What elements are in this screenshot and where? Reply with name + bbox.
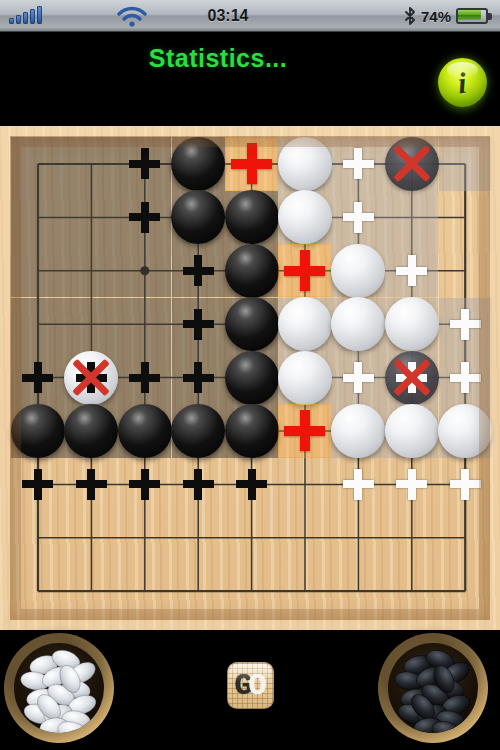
black-territory-mark [129, 202, 160, 233]
intersection-E3[interactable] [225, 458, 278, 511]
dame-mark [284, 250, 325, 291]
intersection-F9[interactable] [278, 137, 331, 190]
intersection-H3[interactable] [385, 458, 438, 511]
white-territory-mark [396, 469, 427, 500]
intersection-E9[interactable] [225, 137, 278, 190]
intersection-D2[interactable] [172, 511, 225, 564]
dame-mark [231, 143, 272, 184]
white-stone [278, 137, 332, 191]
intersection-H6[interactable] [385, 298, 438, 351]
intersection-A7[interactable] [11, 244, 64, 297]
intersection-H4[interactable] [385, 404, 438, 457]
intersection-G1[interactable] [332, 565, 385, 618]
intersection-H7[interactable] [385, 244, 438, 297]
bluetooth-icon [404, 7, 416, 25]
intersection-G4[interactable] [332, 404, 385, 457]
intersection-B9[interactable] [65, 137, 118, 190]
status-bar: 03:14 74% [0, 0, 500, 32]
black-stone [225, 404, 279, 458]
black-stone [118, 404, 172, 458]
logo-letter-o: O [249, 669, 267, 703]
white-territory-mark [450, 362, 481, 393]
white-stone [385, 404, 439, 458]
intersection-J7[interactable] [439, 244, 492, 297]
intersection-A4[interactable] [11, 404, 64, 457]
intersection-D8[interactable] [172, 191, 225, 244]
intersection-G5[interactable] [332, 351, 385, 404]
intersection-C7[interactable] [118, 244, 171, 297]
black-stone [171, 190, 225, 244]
intersection-E2[interactable] [225, 511, 278, 564]
intersection-J1[interactable] [439, 565, 492, 618]
intersection-C6[interactable] [118, 298, 171, 351]
intersection-H9[interactable] [385, 137, 438, 190]
intersection-C5[interactable] [118, 351, 171, 404]
black-territory-mark [129, 362, 160, 393]
black-territory-mark [22, 469, 53, 500]
intersection-J9[interactable] [439, 137, 492, 190]
intersection-D9[interactable] [172, 137, 225, 190]
black-stone [225, 297, 279, 351]
black-territory-mark [76, 469, 107, 500]
white-stone [331, 297, 385, 351]
intersection-B7[interactable] [65, 244, 118, 297]
intersection-F4[interactable] [278, 404, 331, 457]
intersection-C8[interactable] [118, 191, 171, 244]
dame-mark [284, 410, 325, 451]
intersection-J4[interactable] [439, 404, 492, 457]
intersection-E5[interactable] [225, 351, 278, 404]
black-territory-mark [129, 148, 160, 179]
white-stone [385, 297, 439, 351]
status-time: 03:14 [0, 0, 456, 32]
intersection-A5[interactable] [11, 351, 64, 404]
intersection-G8[interactable] [332, 191, 385, 244]
intersection-C1[interactable] [118, 565, 171, 618]
dead-stone-x-mark [391, 357, 433, 399]
intersection-G9[interactable] [332, 137, 385, 190]
intersection-E1[interactable] [225, 565, 278, 618]
white-territory-mark [450, 469, 481, 500]
white-territory-mark [343, 362, 374, 393]
black-territory-mark [183, 255, 214, 286]
black-territory-mark [183, 362, 214, 393]
dead-stone-x-mark [391, 143, 433, 185]
intersection-C4[interactable] [118, 404, 171, 457]
black-territory-mark [183, 469, 214, 500]
intersection-F1[interactable] [278, 565, 331, 618]
intersection-E8[interactable] [225, 191, 278, 244]
intersection-F8[interactable] [278, 191, 331, 244]
black-stone [171, 137, 225, 191]
intersection-J6[interactable] [439, 298, 492, 351]
dead-stone-x-mark [70, 357, 112, 399]
go-board [0, 126, 500, 630]
intersection-H5[interactable] [385, 351, 438, 404]
black-stones-bowl [378, 633, 488, 743]
intersection-J3[interactable] [439, 458, 492, 511]
intersection-F5[interactable] [278, 351, 331, 404]
intersection-B6[interactable] [65, 298, 118, 351]
battery-icon [456, 8, 492, 24]
info-icon: i [457, 65, 469, 100]
intersection-B3[interactable] [65, 458, 118, 511]
intersection-F3[interactable] [278, 458, 331, 511]
intersection-F2[interactable] [278, 511, 331, 564]
intersection-G6[interactable] [332, 298, 385, 351]
white-territory-mark [343, 469, 374, 500]
black-stone [225, 190, 279, 244]
go-app-logo: G O [227, 662, 274, 709]
black-territory-mark [129, 469, 160, 500]
intersection-B5[interactable] [65, 351, 118, 404]
white-territory-mark [450, 309, 481, 340]
intersection-E7[interactable] [225, 244, 278, 297]
intersection-A9[interactable] [11, 137, 64, 190]
black-stone [11, 404, 65, 458]
info-button[interactable]: i [438, 58, 487, 107]
intersection-G3[interactable] [332, 458, 385, 511]
white-territory-mark [396, 255, 427, 286]
intersection-J8[interactable] [439, 191, 492, 244]
intersection-G2[interactable] [332, 511, 385, 564]
white-stone [278, 190, 332, 244]
iphone-screen: 03:14 74% Statistics... i G [0, 0, 500, 750]
black-territory-mark [183, 309, 214, 340]
intersection-A2[interactable] [11, 511, 64, 564]
intersection-C3[interactable] [118, 458, 171, 511]
intersection-J2[interactable] [439, 511, 492, 564]
white-stones-pile [14, 643, 104, 733]
white-stone [331, 404, 385, 458]
white-stones-bowl [4, 633, 114, 743]
white-stone [278, 297, 332, 351]
board-cells [0, 126, 500, 630]
black-stone [171, 404, 225, 458]
intersection-D1[interactable] [172, 565, 225, 618]
intersection-A8[interactable] [11, 191, 64, 244]
intersection-D7[interactable] [172, 244, 225, 297]
intersection-D6[interactable] [172, 298, 225, 351]
intersection-A1[interactable] [11, 565, 64, 618]
black-stones-pile [388, 643, 478, 733]
white-stone [278, 351, 332, 405]
bottom-tray: G O [0, 630, 500, 750]
intersection-A3[interactable] [11, 458, 64, 511]
intersection-A6[interactable] [11, 298, 64, 351]
intersection-D4[interactable] [172, 404, 225, 457]
intersection-F6[interactable] [278, 298, 331, 351]
white-stone [438, 404, 492, 458]
black-territory-mark [236, 469, 267, 500]
intersection-H8[interactable] [385, 191, 438, 244]
page-title: Statistics... [0, 44, 436, 73]
intersection-B2[interactable] [65, 511, 118, 564]
white-territory-mark [343, 148, 374, 179]
intersection-B4[interactable] [65, 404, 118, 457]
intersection-D3[interactable] [172, 458, 225, 511]
white-territory-mark [343, 202, 374, 233]
battery-percent: 74% [421, 8, 451, 25]
intersection-H1[interactable] [385, 565, 438, 618]
black-stone [64, 404, 118, 458]
black-stone [225, 244, 279, 298]
intersection-B1[interactable] [65, 565, 118, 618]
black-territory-mark [22, 362, 53, 393]
intersection-E6[interactable] [225, 298, 278, 351]
intersection-B8[interactable] [65, 191, 118, 244]
white-stone [331, 244, 385, 298]
intersection-D5[interactable] [172, 351, 225, 404]
black-stone [225, 351, 279, 405]
intersection-C9[interactable] [118, 137, 171, 190]
intersection-H2[interactable] [385, 511, 438, 564]
intersection-J5[interactable] [439, 351, 492, 404]
status-right-cluster: 74% [404, 0, 492, 32]
intersection-G7[interactable] [332, 244, 385, 297]
header: Statistics... i [0, 32, 500, 126]
intersection-E4[interactable] [225, 404, 278, 457]
intersection-C2[interactable] [118, 511, 171, 564]
intersection-F7[interactable] [278, 244, 331, 297]
